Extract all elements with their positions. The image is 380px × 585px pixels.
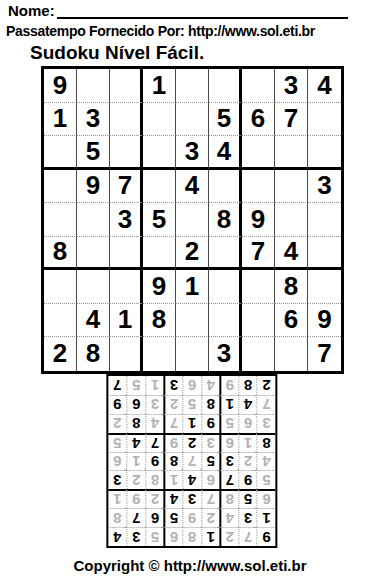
solution-cell-r7c9: 2 xyxy=(108,414,127,433)
solution-cell-r8c3: 1 xyxy=(220,395,239,414)
solution-cell-r7c7: 4 xyxy=(145,414,164,433)
solution-cell-r6c1: 8 xyxy=(257,433,276,452)
solution-cell-r6c5: 2 xyxy=(182,433,201,452)
puzzle-cell-r4c2: 9 xyxy=(77,170,110,204)
solution-cell-r6c6: 9 xyxy=(164,433,183,452)
puzzle-cell-r4c5: 4 xyxy=(176,170,209,204)
solution-cell-r3c2: 5 xyxy=(238,489,257,508)
solution-cell-r2c5: 9 xyxy=(182,508,201,527)
solution-cell-r9c5: 6 xyxy=(182,376,201,395)
puzzle-cell-r7c7 xyxy=(242,270,275,304)
puzzle-cell-r7c5: 1 xyxy=(176,270,209,304)
puzzle-cell-r6c1: 8 xyxy=(44,237,77,271)
solution-cell-r9c2: 8 xyxy=(238,376,257,395)
solution-cell-r1c6: 6 xyxy=(164,527,183,546)
puzzle-cell-r2c3 xyxy=(110,103,143,137)
puzzle-cell-r4c9: 3 xyxy=(308,170,341,204)
puzzle-cell-r7c4: 9 xyxy=(143,270,176,304)
puzzle-cell-r1c6 xyxy=(209,69,242,103)
puzzle-cell-r6c3 xyxy=(110,237,143,271)
solution-cell-r1c4: 1 xyxy=(201,527,220,546)
solution-cell-r6c9: 5 xyxy=(108,433,127,452)
puzzle-cell-r2c4 xyxy=(143,103,176,137)
puzzle-cell-r1c3 xyxy=(110,69,143,103)
puzzle-cell-r5c2 xyxy=(77,203,110,237)
puzzle-cell-r9c3 xyxy=(110,337,143,371)
solution-cell-r3c7: 2 xyxy=(145,489,164,508)
solution-cell-r9c1: 2 xyxy=(257,376,276,395)
solution-cell-r5c7: 9 xyxy=(145,452,164,471)
solution-cell-r2c8: 7 xyxy=(127,508,146,527)
solution-cell-r8c2: 4 xyxy=(238,395,257,414)
puzzle-cell-r6c7: 7 xyxy=(242,237,275,271)
solution-cell-r7c5: 1 xyxy=(182,414,201,433)
name-row: Nome: xyxy=(8,3,348,19)
puzzle-cell-r2c7: 6 xyxy=(242,103,275,137)
solution-cell-r5c4: 5 xyxy=(201,452,220,471)
puzzle-cell-r3c4 xyxy=(143,136,176,170)
solution-grid: 9721865341342956786587342915976418234235… xyxy=(106,374,277,548)
puzzle-cell-r3c2: 5 xyxy=(77,136,110,170)
puzzle-cell-r1c4: 1 xyxy=(143,69,176,103)
puzzle-cell-r2c1: 1 xyxy=(44,103,77,137)
solution-cell-r5c8: 1 xyxy=(127,452,146,471)
solution-cell-r1c3: 2 xyxy=(220,527,239,546)
solution-cell-r9c4: 4 xyxy=(201,376,220,395)
puzzle-cell-r1c7 xyxy=(242,69,275,103)
solution-cell-r8c9: 9 xyxy=(108,395,127,414)
puzzle-cell-r1c2 xyxy=(77,69,110,103)
solution-cell-r9c6: 3 xyxy=(164,376,183,395)
solution-cell-r8c4: 8 xyxy=(201,395,220,414)
puzzle-cell-r4c8 xyxy=(275,170,308,204)
solution-cell-r3c9: 1 xyxy=(108,489,127,508)
puzzle-cell-r5c5 xyxy=(176,203,209,237)
solution-cell-r9c8: 5 xyxy=(127,376,146,395)
solution-cell-r8c1: 7 xyxy=(257,395,276,414)
solution-cell-r3c4: 7 xyxy=(201,489,220,508)
solution-cell-r3c1: 6 xyxy=(257,489,276,508)
puzzle-cell-r7c9 xyxy=(308,270,341,304)
puzzle-cell-r9c5 xyxy=(176,337,209,371)
puzzle-cell-r3c3 xyxy=(110,136,143,170)
puzzle-cell-r6c8: 4 xyxy=(275,237,308,271)
solution-cell-r1c2: 7 xyxy=(238,527,257,546)
solution-cell-r4c5: 4 xyxy=(182,470,201,489)
puzzle-cell-r8c6 xyxy=(209,304,242,338)
solution-cell-r8c8: 6 xyxy=(127,395,146,414)
puzzle-cell-r2c6: 5 xyxy=(209,103,242,137)
solution-cell-r7c6: 7 xyxy=(164,414,183,433)
solution-cell-r3c3: 8 xyxy=(220,489,239,508)
puzzle-cell-r5c9 xyxy=(308,203,341,237)
solution-cell-r1c7: 5 xyxy=(145,527,164,546)
solution-cell-r2c6: 5 xyxy=(164,508,183,527)
puzzle-cell-r6c4 xyxy=(143,237,176,271)
puzzle-cell-r3c5: 3 xyxy=(176,136,209,170)
puzzle-cell-r8c9: 9 xyxy=(308,304,341,338)
solution-cell-r9c3: 9 xyxy=(220,376,239,395)
puzzle-cell-r9c4 xyxy=(143,337,176,371)
puzzle-cell-r6c5: 2 xyxy=(176,237,209,271)
puzzle-cell-r9c6: 3 xyxy=(209,337,242,371)
solution-cell-r1c1: 9 xyxy=(257,527,276,546)
solution-cell-r8c6: 2 xyxy=(164,395,183,414)
page: Nome: Passatempo Fornecido Por: http://w… xyxy=(0,0,380,585)
solution-cell-r8c7: 3 xyxy=(145,395,164,414)
puzzle-cell-r4c6 xyxy=(209,170,242,204)
puzzle-cell-r4c7 xyxy=(242,170,275,204)
solution-cell-r1c5: 8 xyxy=(182,527,201,546)
solution-cell-r5c1: 4 xyxy=(257,452,276,471)
puzzle-cell-r5c1 xyxy=(44,203,77,237)
name-underline xyxy=(57,4,348,19)
solution-cell-r2c3: 4 xyxy=(220,508,239,527)
solution-cell-r5c2: 2 xyxy=(238,452,257,471)
puzzle-cell-r7c8: 8 xyxy=(275,270,308,304)
puzzle-cell-r9c9: 7 xyxy=(308,337,341,371)
solution-cell-r6c2: 1 xyxy=(238,433,257,452)
puzzle-cell-r9c8 xyxy=(275,337,308,371)
puzzle-cell-r9c2: 8 xyxy=(77,337,110,371)
puzzle-cell-r4c1 xyxy=(44,170,77,204)
puzzle-cell-r3c7 xyxy=(242,136,275,170)
solution-cell-r5c5: 7 xyxy=(182,452,201,471)
puzzle-cell-r6c9 xyxy=(308,237,341,271)
solution-cell-r6c8: 4 xyxy=(127,433,146,452)
solution-cell-r4c3: 7 xyxy=(220,470,239,489)
puzzle-cell-r7c1 xyxy=(44,270,77,304)
solution-cell-r2c1: 1 xyxy=(257,508,276,527)
solution-cell-r7c8: 8 xyxy=(127,414,146,433)
page-title: Sudoku Nível Fácil. xyxy=(30,42,204,64)
solution-cell-r2c4: 2 xyxy=(201,508,220,527)
copyright-line: Copyright © http://www.sol.eti.br xyxy=(0,557,380,574)
puzzle-cell-r6c2 xyxy=(77,237,110,271)
name-label: Nome: xyxy=(8,3,55,19)
puzzle-cell-r3c8 xyxy=(275,136,308,170)
puzzle-cell-r8c8: 6 xyxy=(275,304,308,338)
puzzle-cell-r5c6: 8 xyxy=(209,203,242,237)
solution-cell-r4c1: 5 xyxy=(257,470,276,489)
solution-cell-r8c5: 5 xyxy=(182,395,201,414)
solution-cell-r4c9: 3 xyxy=(108,470,127,489)
puzzle-cell-r9c7 xyxy=(242,337,275,371)
puzzle-cell-r8c5 xyxy=(176,304,209,338)
solution-cell-r2c7: 6 xyxy=(145,508,164,527)
puzzle-cell-r2c2: 3 xyxy=(77,103,110,137)
puzzle-cell-r8c7 xyxy=(242,304,275,338)
puzzle-cell-r8c3: 1 xyxy=(110,304,143,338)
puzzle-cell-r6c6 xyxy=(209,237,242,271)
solution-cell-r2c9: 8 xyxy=(108,508,127,527)
solution-cell-r6c7: 7 xyxy=(145,433,164,452)
solution-cell-r7c1: 3 xyxy=(257,414,276,433)
solution-cell-r9c7: 1 xyxy=(145,376,164,395)
puzzle-cell-r3c1 xyxy=(44,136,77,170)
solution-cell-r3c6: 4 xyxy=(164,489,183,508)
puzzle-cell-r1c8: 3 xyxy=(275,69,308,103)
puzzle-cell-r5c4: 5 xyxy=(143,203,176,237)
solution-cell-r4c4: 6 xyxy=(201,470,220,489)
puzzle-cell-r1c5 xyxy=(176,69,209,103)
solution-cell-r6c3: 6 xyxy=(220,433,239,452)
puzzle-cell-r7c6 xyxy=(209,270,242,304)
puzzle-cell-r2c5 xyxy=(176,103,209,137)
solution-cell-r1c8: 3 xyxy=(127,527,146,546)
provider-line: Passatempo Fornecido Por: http://www.sol… xyxy=(6,23,315,39)
puzzle-cell-r9c1: 2 xyxy=(44,337,77,371)
puzzle-cell-r1c1: 9 xyxy=(44,69,77,103)
solution-cell-r5c9: 6 xyxy=(108,452,127,471)
solution-cell-r3c8: 9 xyxy=(127,489,146,508)
solution-cell-r4c8: 2 xyxy=(127,470,146,489)
puzzle-cell-r8c4: 8 xyxy=(143,304,176,338)
puzzle-cell-r5c3: 3 xyxy=(110,203,143,237)
solution-cell-r3c5: 3 xyxy=(182,489,201,508)
puzzle-cell-r4c3: 7 xyxy=(110,170,143,204)
solution-cell-r4c6: 1 xyxy=(164,470,183,489)
solution-cell-r7c2: 6 xyxy=(238,414,257,433)
solution-cell-r5c6: 8 xyxy=(164,452,183,471)
solution-cell-r1c9: 4 xyxy=(108,527,127,546)
puzzle-cell-r2c9 xyxy=(308,103,341,137)
puzzle-cell-r1c9: 4 xyxy=(308,69,341,103)
solution-cell-r2c2: 3 xyxy=(238,508,257,527)
solution-cell-r9c9: 7 xyxy=(108,376,127,395)
puzzle-cell-r8c2: 4 xyxy=(77,304,110,338)
puzzle-cell-r5c8 xyxy=(275,203,308,237)
puzzle-grid: 913413567534974335898274918418692837 xyxy=(41,66,344,374)
solution-cell-r4c2: 9 xyxy=(238,470,257,489)
puzzle-cell-r8c1 xyxy=(44,304,77,338)
puzzle-cell-r5c7: 9 xyxy=(242,203,275,237)
solution-cell-r7c4: 9 xyxy=(201,414,220,433)
solution-cell-r7c3: 5 xyxy=(220,414,239,433)
puzzle-cell-r4c4 xyxy=(143,170,176,204)
solution-cell-r4c7: 8 xyxy=(145,470,164,489)
puzzle-cell-r2c8: 7 xyxy=(275,103,308,137)
puzzle-cell-r7c3 xyxy=(110,270,143,304)
puzzle-cell-r3c9 xyxy=(308,136,341,170)
puzzle-cell-r7c2 xyxy=(77,270,110,304)
solution-cell-r6c4: 3 xyxy=(201,433,220,452)
solution-cell-r5c3: 3 xyxy=(220,452,239,471)
puzzle-cell-r3c6: 4 xyxy=(209,136,242,170)
